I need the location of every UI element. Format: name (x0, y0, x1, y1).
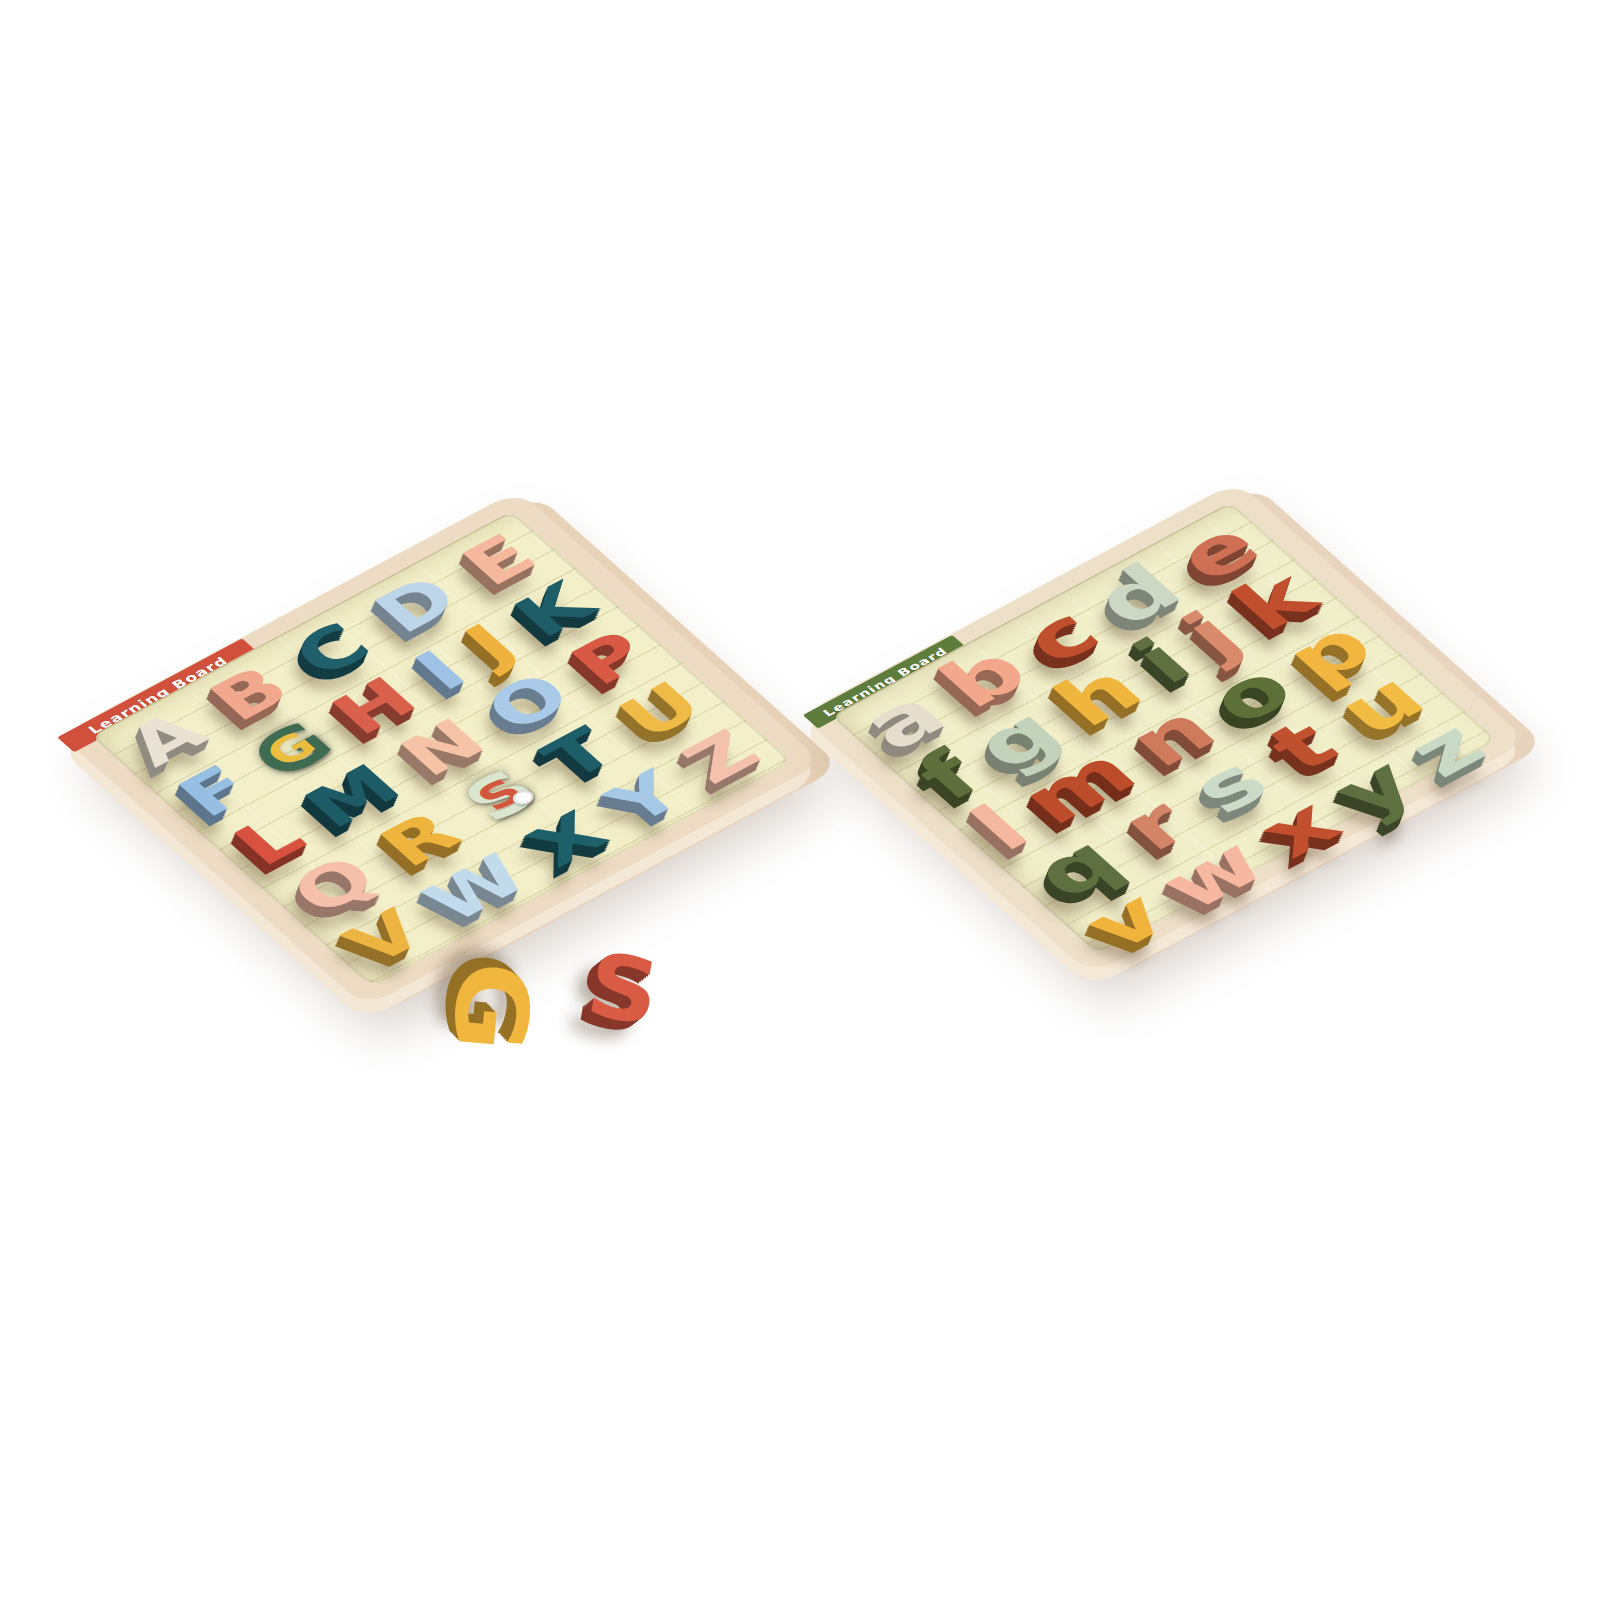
letter-grid: ABCDEFGGHIJKLMNOPQRSSTUVWXYZ (96, 514, 786, 982)
lowercase-board: Learning Board abcdefghijklmnopqrstuvwxy… (800, 481, 1528, 975)
loose-piece-G[interactable]: G (438, 958, 544, 1057)
letter-grid: abcdefghijklmnopqrstuvwxyz (836, 506, 1491, 951)
piece-v[interactable]: v (1071, 881, 1182, 960)
loose-piece-S[interactable]: S (581, 939, 666, 1038)
piece-I[interactable]: I (403, 641, 478, 698)
uppercase-board: Learning Board ABCDEFGGHIJKLMNOPQRSSTUVW… (60, 490, 823, 1008)
piece-y[interactable]: y (1319, 748, 1430, 827)
board-surface: ABCDEFGGHIJKLMNOPQRSSTUVWXYZ (91, 511, 792, 987)
piece-x[interactable]: x (1244, 789, 1354, 868)
board-surface: abcdefghijklmnopqrstuvwxyz (831, 502, 1497, 954)
product-photo-scene: Learning Board ABCDEFGGHIJKLMNOPQRSSTUVW… (0, 0, 1600, 1600)
piece-J[interactable]: J (453, 615, 528, 672)
piece-z[interactable]: z (1394, 711, 1499, 787)
